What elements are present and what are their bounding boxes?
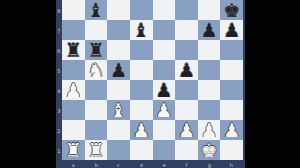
square-a2[interactable]: [62, 120, 85, 140]
square-h1[interactable]: [220, 140, 243, 160]
square-e8[interactable]: [153, 0, 176, 20]
white-rook-b1[interactable]: ♜: [87, 140, 104, 159]
square-e6[interactable]: [153, 40, 176, 60]
square-a3[interactable]: [62, 100, 85, 120]
square-g6[interactable]: [198, 40, 221, 60]
square-g8[interactable]: [198, 0, 221, 20]
square-b7[interactable]: [85, 20, 108, 40]
file-label-d: d: [132, 161, 151, 168]
square-d5[interactable]: [130, 60, 153, 80]
black-king-h8[interactable]: ♚: [223, 0, 240, 19]
rank-label-8: 8: [56, 2, 61, 19]
rank-label-5: 5: [56, 62, 61, 79]
rank-label-6: 6: [56, 42, 61, 59]
rank-label-2: 2: [56, 122, 61, 139]
black-pawn-e4[interactable]: ♟: [155, 80, 172, 99]
square-d4[interactable]: [130, 80, 153, 100]
square-h8[interactable]: ♚: [220, 0, 243, 20]
file-label-b: b: [86, 161, 105, 168]
square-c4[interactable]: [107, 80, 130, 100]
square-f2[interactable]: ♟: [175, 120, 198, 140]
square-d2[interactable]: ♟: [130, 120, 153, 140]
square-g2[interactable]: ♟: [198, 120, 221, 140]
square-g5[interactable]: [198, 60, 221, 80]
square-a5[interactable]: [62, 60, 85, 80]
white-bishop-c3[interactable]: ♝: [110, 100, 127, 119]
rank-label-1: 1: [56, 142, 61, 159]
square-h6[interactable]: [220, 40, 243, 60]
square-c1[interactable]: [107, 140, 130, 160]
square-b5[interactable]: ♞: [85, 60, 108, 80]
white-pawn-a4[interactable]: ♟: [65, 80, 82, 99]
square-f7[interactable]: [175, 20, 198, 40]
letterbox-right: [245, 0, 300, 168]
square-d6[interactable]: [130, 40, 153, 60]
square-d1[interactable]: [130, 140, 153, 160]
square-g7[interactable]: ♟: [198, 20, 221, 40]
square-h4[interactable]: [220, 80, 243, 100]
rank-label-4: 4: [56, 82, 61, 99]
square-f5[interactable]: ♟: [175, 60, 198, 80]
white-knight-b5[interactable]: ♞: [87, 60, 104, 79]
square-h7[interactable]: ♟: [220, 20, 243, 40]
square-c8[interactable]: [107, 0, 130, 20]
chess-board: 87654321 ♝♚♝♟♟♜♜♞♟♟♟♟♝♟♟♟♟♟♜♜♚ abcdefgh: [56, 0, 245, 168]
black-bishop-b8[interactable]: ♝: [87, 0, 104, 19]
file-label-g: g: [199, 161, 218, 168]
square-h5[interactable]: [220, 60, 243, 80]
square-d3[interactable]: [130, 100, 153, 120]
black-pawn-f5[interactable]: ♟: [178, 60, 195, 79]
square-c7[interactable]: [107, 20, 130, 40]
square-a8[interactable]: [62, 0, 85, 20]
white-pawn-f2[interactable]: ♟: [178, 120, 195, 139]
rank-label-7: 7: [56, 22, 61, 39]
square-b4[interactable]: [85, 80, 108, 100]
square-b1[interactable]: ♜: [85, 140, 108, 160]
square-g4[interactable]: [198, 80, 221, 100]
board-squares: ♝♚♝♟♟♜♜♞♟♟♟♟♝♟♟♟♟♟♜♜♚: [62, 0, 243, 160]
black-pawn-h7[interactable]: ♟: [223, 20, 240, 39]
square-c5[interactable]: ♟: [107, 60, 130, 80]
square-e5[interactable]: [153, 60, 176, 80]
square-c2[interactable]: [107, 120, 130, 140]
square-f1[interactable]: [175, 140, 198, 160]
file-labels: abcdefgh: [62, 160, 243, 168]
black-rook-a6[interactable]: ♜: [65, 40, 82, 59]
square-a1[interactable]: ♜: [62, 140, 85, 160]
letterbox-left: [0, 0, 56, 168]
rank-label-3: 3: [56, 102, 61, 119]
square-h3[interactable]: [220, 100, 243, 120]
square-e1[interactable]: [153, 140, 176, 160]
square-h2[interactable]: ♟: [220, 120, 243, 140]
square-b6[interactable]: ♜: [85, 40, 108, 60]
square-d7[interactable]: ♝: [130, 20, 153, 40]
file-label-c: c: [109, 161, 128, 168]
square-e4[interactable]: ♟: [153, 80, 176, 100]
black-rook-b6[interactable]: ♜: [87, 40, 104, 59]
white-king-g1[interactable]: ♚: [201, 140, 218, 159]
square-f4[interactable]: [175, 80, 198, 100]
white-pawn-e3[interactable]: ♟: [155, 100, 172, 119]
black-pawn-g7[interactable]: ♟: [201, 20, 218, 39]
square-b3[interactable]: [85, 100, 108, 120]
white-pawn-g2[interactable]: ♟: [201, 120, 218, 139]
square-e2[interactable]: [153, 120, 176, 140]
white-pawn-d2[interactable]: ♟: [133, 120, 150, 139]
square-a7[interactable]: [62, 20, 85, 40]
square-e3[interactable]: ♟: [153, 100, 176, 120]
black-bishop-d7[interactable]: ♝: [133, 20, 150, 39]
square-f3[interactable]: [175, 100, 198, 120]
video-frame: 87654321 ♝♚♝♟♟♜♜♞♟♟♟♟♝♟♟♟♟♟♜♜♚ abcdefgh: [0, 0, 300, 168]
white-pawn-h2[interactable]: ♟: [223, 120, 240, 139]
square-e7[interactable]: [153, 20, 176, 40]
file-label-h: h: [222, 161, 241, 168]
square-a4[interactable]: ♟: [62, 80, 85, 100]
square-f6[interactable]: [175, 40, 198, 60]
file-label-e: e: [154, 161, 173, 168]
square-c3[interactable]: ♝: [107, 100, 130, 120]
black-pawn-c5[interactable]: ♟: [110, 60, 127, 79]
square-g3[interactable]: [198, 100, 221, 120]
white-rook-a1[interactable]: ♜: [65, 140, 82, 159]
square-a6[interactable]: ♜: [62, 40, 85, 60]
square-d8[interactable]: [130, 0, 153, 20]
square-g1[interactable]: ♚: [198, 140, 221, 160]
square-f8[interactable]: [175, 0, 198, 20]
file-label-f: f: [177, 161, 196, 168]
square-c6[interactable]: [107, 40, 130, 60]
square-b8[interactable]: ♝: [85, 0, 108, 20]
file-label-a: a: [64, 161, 83, 168]
square-b2[interactable]: [85, 120, 108, 140]
